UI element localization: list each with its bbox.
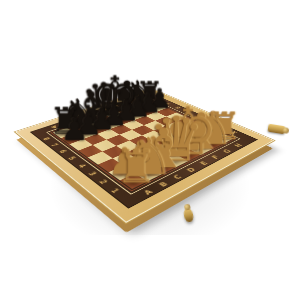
brass-clasp-icon — [267, 124, 285, 135]
board-pieces: ♜♞♝♛♚♝♞♜♟♟♟♟♟♟♟♟♟♟♟♟♟♟♟♟♜♞♝♛♚♝♞♜ — [53, 99, 234, 188]
white-rook-a1: ♜ — [85, 145, 188, 188]
coordinate-label: A — [141, 188, 154, 196]
coordinate-label: 6 — [58, 149, 69, 154]
chess-set-photo: ABCDEFGH ABCDEFGH 87654321 87654321 ♜♞♝♛… — [0, 0, 300, 300]
